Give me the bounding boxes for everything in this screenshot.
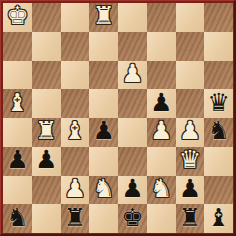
square-h5[interactable]: ♛ (204, 89, 233, 118)
square-d5[interactable] (89, 89, 118, 118)
square-b6[interactable] (32, 61, 61, 90)
square-b3[interactable]: ♟ (32, 147, 61, 176)
square-f5[interactable]: ♟ (147, 89, 176, 118)
square-e7[interactable] (118, 32, 147, 61)
piece-white-queen[interactable]: ♛ (179, 146, 201, 174)
square-f1[interactable] (147, 204, 176, 233)
square-d7[interactable] (89, 32, 118, 61)
piece-white-knight[interactable]: ♞ (92, 175, 114, 203)
square-h6[interactable] (204, 61, 233, 90)
square-h2[interactable] (204, 176, 233, 205)
square-b1[interactable] (32, 204, 61, 233)
square-h8[interactable] (204, 3, 233, 32)
square-e6[interactable]: ♟ (118, 61, 147, 90)
square-h3[interactable] (204, 147, 233, 176)
square-c6[interactable] (61, 61, 90, 90)
square-a2[interactable] (3, 176, 32, 205)
piece-black-knight[interactable]: ♞ (207, 117, 229, 145)
piece-white-king[interactable]: ♚ (6, 2, 28, 30)
square-c2[interactable]: ♟ (61, 176, 90, 205)
piece-white-pawn[interactable]: ♟ (179, 117, 201, 145)
piece-black-king[interactable]: ♚ (121, 204, 143, 232)
square-g2[interactable]: ♟ (176, 176, 205, 205)
square-c1[interactable]: ♜ (61, 204, 90, 233)
square-e2[interactable]: ♟ (118, 176, 147, 205)
square-b7[interactable] (32, 32, 61, 61)
square-e1[interactable]: ♚ (118, 204, 147, 233)
square-e5[interactable] (118, 89, 147, 118)
square-e4[interactable] (118, 118, 147, 147)
square-f3[interactable] (147, 147, 176, 176)
piece-white-pawn[interactable]: ♟ (150, 117, 172, 145)
piece-black-rook[interactable]: ♜ (64, 204, 86, 232)
square-c3[interactable] (61, 147, 90, 176)
square-e3[interactable] (118, 147, 147, 176)
square-g6[interactable] (176, 61, 205, 90)
square-f7[interactable] (147, 32, 176, 61)
square-g3[interactable]: ♛ (176, 147, 205, 176)
piece-black-pawn[interactable]: ♟ (179, 175, 201, 203)
square-a4[interactable] (3, 118, 32, 147)
square-a3[interactable]: ♟ (3, 147, 32, 176)
chess-board: ♚♜♟♝♟♛♜♝♟♟♟♞♟♟♛♟♞♟♞♟♞♜♚♜♝ (0, 0, 236, 236)
square-f6[interactable] (147, 61, 176, 90)
square-d4[interactable]: ♟ (89, 118, 118, 147)
square-b8[interactable] (32, 3, 61, 32)
square-b2[interactable] (32, 176, 61, 205)
piece-black-pawn[interactable]: ♟ (150, 89, 172, 117)
square-c7[interactable] (61, 32, 90, 61)
piece-white-pawn[interactable]: ♟ (64, 175, 86, 203)
square-f4[interactable]: ♟ (147, 118, 176, 147)
piece-black-pawn[interactable]: ♟ (6, 146, 28, 174)
square-d1[interactable] (89, 204, 118, 233)
piece-white-knight[interactable]: ♞ (150, 175, 172, 203)
square-g4[interactable]: ♟ (176, 118, 205, 147)
square-d6[interactable] (89, 61, 118, 90)
square-c8[interactable] (61, 3, 90, 32)
square-a1[interactable]: ♞ (3, 204, 32, 233)
square-g5[interactable] (176, 89, 205, 118)
square-g7[interactable] (176, 32, 205, 61)
piece-white-bishop[interactable]: ♝ (6, 89, 28, 117)
square-g8[interactable] (176, 3, 205, 32)
piece-white-rook[interactable]: ♜ (35, 117, 57, 145)
square-a6[interactable] (3, 61, 32, 90)
piece-black-pawn[interactable]: ♟ (121, 175, 143, 203)
square-c5[interactable] (61, 89, 90, 118)
piece-white-rook[interactable]: ♜ (92, 2, 114, 30)
square-e8[interactable] (118, 3, 147, 32)
piece-black-bishop[interactable]: ♝ (207, 204, 229, 232)
piece-black-rook[interactable]: ♜ (179, 204, 201, 232)
square-a5[interactable]: ♝ (3, 89, 32, 118)
square-f8[interactable] (147, 3, 176, 32)
piece-black-pawn[interactable]: ♟ (92, 117, 114, 145)
square-h7[interactable] (204, 32, 233, 61)
square-d2[interactable]: ♞ (89, 176, 118, 205)
square-b4[interactable]: ♜ (32, 118, 61, 147)
piece-white-pawn[interactable]: ♟ (121, 60, 143, 88)
piece-black-pawn[interactable]: ♟ (35, 146, 57, 174)
square-a7[interactable] (3, 32, 32, 61)
piece-black-queen[interactable]: ♛ (207, 89, 229, 117)
square-f2[interactable]: ♞ (147, 176, 176, 205)
piece-white-bishop[interactable]: ♝ (64, 117, 86, 145)
square-b5[interactable] (32, 89, 61, 118)
square-g1[interactable]: ♜ (176, 204, 205, 233)
square-h1[interactable]: ♝ (204, 204, 233, 233)
square-c4[interactable]: ♝ (61, 118, 90, 147)
piece-black-knight[interactable]: ♞ (6, 204, 28, 232)
square-d3[interactable] (89, 147, 118, 176)
square-d8[interactable]: ♜ (89, 3, 118, 32)
square-h4[interactable]: ♞ (204, 118, 233, 147)
board-grid: ♚♜♟♝♟♛♜♝♟♟♟♞♟♟♛♟♞♟♞♟♞♜♚♜♝ (3, 3, 233, 233)
square-a8[interactable]: ♚ (3, 3, 32, 32)
